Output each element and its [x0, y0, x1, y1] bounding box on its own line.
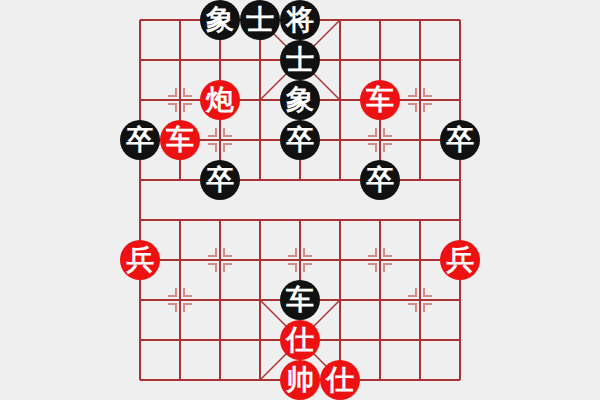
- red-advisor[interactable]: 仕: [320, 360, 360, 400]
- red-chariot[interactable]: 车: [160, 120, 200, 160]
- xiangqi-board: 象士将士炮象车卒车卒卒卒卒兵兵车仕帅仕: [0, 0, 600, 400]
- black-soldier[interactable]: 卒: [360, 160, 400, 200]
- black-general[interactable]: 将: [280, 0, 320, 40]
- red-chariot[interactable]: 车: [360, 80, 400, 120]
- red-cannon[interactable]: 炮: [200, 80, 240, 120]
- red-advisor[interactable]: 仕: [280, 320, 320, 360]
- black-soldier[interactable]: 卒: [440, 120, 480, 160]
- black-chariot[interactable]: 车: [280, 280, 320, 320]
- black-advisor[interactable]: 士: [280, 40, 320, 80]
- black-soldier[interactable]: 卒: [120, 120, 160, 160]
- red-general[interactable]: 帅: [280, 360, 320, 400]
- red-soldier[interactable]: 兵: [120, 240, 160, 280]
- black-soldier[interactable]: 卒: [200, 160, 240, 200]
- red-soldier[interactable]: 兵: [440, 240, 480, 280]
- black-advisor[interactable]: 士: [240, 0, 280, 40]
- piece-layer: 象士将士炮象车卒车卒卒卒卒兵兵车仕帅仕: [120, 0, 480, 400]
- black-elephant[interactable]: 象: [200, 0, 240, 40]
- black-elephant[interactable]: 象: [280, 80, 320, 120]
- black-soldier[interactable]: 卒: [280, 120, 320, 160]
